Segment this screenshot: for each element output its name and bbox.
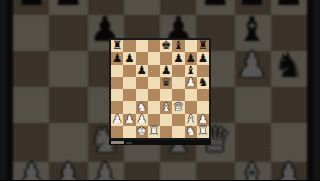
square-a7: ♟ — [13, 0, 50, 14]
square-e1 — [160, 126, 172, 138]
square-b2: ♟ — [50, 161, 87, 181]
square-g1: ♞ — [185, 126, 197, 138]
square-c5 — [136, 77, 148, 89]
white-pawn: ♟ — [273, 160, 304, 180]
square-b4 — [50, 87, 87, 124]
white-rook: ♜ — [198, 126, 208, 138]
square-d1: ♜ — [148, 126, 160, 138]
white-pawn: ♟ — [16, 160, 47, 180]
square-e8: ♚ — [160, 40, 172, 52]
square-e2 — [160, 114, 172, 126]
black-knight: ♞ — [198, 77, 208, 89]
black-queen: ♛ — [161, 77, 171, 89]
speckle — [205, 95, 206, 96]
square-g5: ♟ — [185, 77, 197, 89]
speckle — [266, 148, 267, 149]
speckle — [188, 44, 189, 45]
square-a6 — [111, 65, 123, 77]
black-knight: ♞ — [273, 50, 304, 85]
square-h7: ♟ — [197, 52, 209, 64]
black-pawn: ♟ — [124, 52, 134, 64]
white-pawn: ♟ — [53, 160, 84, 180]
white-queen: ♛ — [173, 101, 183, 113]
black-pawn: ♟ — [200, 0, 231, 11]
speckle — [140, 128, 141, 129]
square-e2 — [160, 161, 197, 181]
speckle — [151, 71, 152, 72]
black-king: ♚ — [161, 40, 171, 52]
square-d5 — [148, 77, 160, 89]
square-b7: ♟ — [50, 0, 87, 14]
speckle — [196, 62, 197, 63]
white-pawn: ♟ — [236, 50, 267, 85]
square-d6 — [148, 65, 160, 77]
speckle — [126, 87, 127, 88]
square-c2: ♟ — [87, 161, 124, 181]
white-pawn: ♟ — [185, 77, 195, 89]
square-b1 — [123, 126, 135, 138]
black-pawn: ♟ — [198, 52, 208, 64]
square-g2: ♝ — [234, 161, 271, 181]
square-d8 — [148, 40, 160, 52]
black-pawn: ♟ — [136, 64, 146, 76]
square-f6 — [172, 65, 184, 77]
speckle — [120, 55, 121, 56]
square-h5: ♞ — [270, 50, 307, 87]
square-b6 — [50, 14, 87, 51]
square-f5 — [172, 77, 184, 89]
speckle — [45, 120, 46, 121]
square-a1 — [111, 126, 123, 138]
square-h4 — [270, 87, 307, 124]
square-f7: ♟ — [172, 52, 184, 64]
square-g5: ♟ — [234, 50, 271, 87]
square-f1 — [172, 126, 184, 138]
black-bishop: ♝ — [236, 13, 267, 48]
square-a6 — [13, 14, 50, 51]
square-f7: ♟ — [197, 0, 234, 14]
square-e3: ♝ — [160, 101, 172, 113]
white-rook: ♜ — [149, 126, 159, 138]
caption-bar — [109, 140, 211, 145]
chess-board: ♜♚♝♜♟♟♟♟♟♟♟♝♛♟♞♞♝♛♟♟♟♝♟♚♜♞♜ — [111, 40, 209, 138]
speckle — [118, 100, 119, 101]
black-pawn: ♟ — [16, 0, 47, 11]
white-pawn: ♟ — [89, 160, 120, 180]
white-pawn: ♟ — [112, 113, 122, 125]
square-b6 — [123, 65, 135, 77]
square-d7 — [123, 0, 160, 14]
chess-board-frame: ♜♚♝♜♟♟♟♟♟♟♟♝♛♟♞♞♝♛♟♟♟♝♟♚♜♞♜ — [109, 38, 211, 140]
square-f3: ♛ — [172, 101, 184, 113]
square-a7: ♟ — [111, 52, 123, 64]
white-king: ♚ — [136, 126, 146, 138]
white-bishop: ♝ — [236, 160, 267, 180]
square-a5 — [13, 50, 50, 87]
square-h2: ♟ — [270, 161, 307, 181]
square-b7: ♟ — [123, 52, 135, 64]
square-h5: ♞ — [197, 77, 209, 89]
white-pawn: ♟ — [124, 113, 134, 125]
black-pawn: ♟ — [112, 52, 122, 64]
square-c6: ♟ — [136, 65, 148, 77]
video-frame[interactable]: ♜♚♝♜♟♟♟♟♟♟♟♝♛♟♞♞♝♛♟♟♟♝♟♚♜♞♜ ♜♚♝♜♟♟♟♟♟♟♟♝… — [0, 0, 320, 180]
square-g4 — [234, 87, 271, 124]
square-h4 — [197, 89, 209, 101]
black-pawn: ♟ — [273, 0, 304, 11]
square-d4 — [148, 89, 160, 101]
caption-dash — [126, 142, 132, 144]
square-d2 — [123, 161, 160, 181]
square-a2: ♟ — [13, 161, 50, 181]
square-f2 — [197, 161, 234, 181]
square-b5 — [50, 50, 87, 87]
square-c8 — [136, 40, 148, 52]
black-pawn: ♟ — [53, 0, 84, 11]
square-b2: ♟ — [123, 114, 135, 126]
square-d3 — [148, 101, 160, 113]
white-knight: ♞ — [185, 126, 195, 138]
square-h1: ♜ — [197, 126, 209, 138]
square-h7: ♟ — [270, 0, 307, 14]
white-bishop: ♝ — [161, 101, 171, 113]
square-a4 — [13, 87, 50, 124]
square-b4 — [123, 89, 135, 101]
black-pawn: ♟ — [173, 52, 183, 64]
square-c1: ♚ — [136, 126, 148, 138]
square-a2: ♟ — [111, 114, 123, 126]
square-g4 — [185, 89, 197, 101]
caption-chip — [111, 141, 124, 144]
square-f2 — [172, 114, 184, 126]
square-d7 — [148, 52, 160, 64]
square-e5: ♛ — [160, 77, 172, 89]
square-a5 — [111, 77, 123, 89]
